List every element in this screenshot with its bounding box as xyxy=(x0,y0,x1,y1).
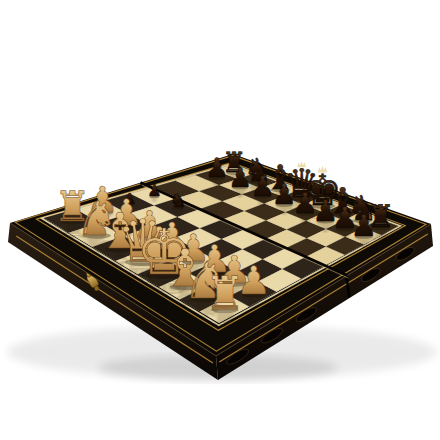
piece-glyph: ♜ xyxy=(205,267,246,320)
chess-scene: ♜♜♟♟♞♞♟♟♝♝♟♟♟♟♛♛♟♟♟♟♚♚♞♞♟♟♟♟♝♝♞♞♟♟♜♜♟♟♜♜… xyxy=(0,0,440,440)
piece-glyph: ♟ xyxy=(350,208,377,243)
piece-white-rook-h1[interactable]: ♜♜ xyxy=(205,267,246,332)
piece-glyph: ♟ xyxy=(205,152,229,183)
product-photo: ♜♜♟♟♞♞♟♟♝♝♟♟♟♟♛♛♟♟♟♟♚♚♞♞♟♟♟♟♝♝♞♞♟♟♜♜♟♟♜♜… xyxy=(0,0,440,440)
piece-glyph: ♟ xyxy=(147,181,161,200)
piece-black-pawn-b7[interactable]: ♟♟ xyxy=(228,162,252,201)
piece-black-knight-mini-3[interactable]: ♞♞ xyxy=(169,189,186,217)
piece-glyph: ♞ xyxy=(169,189,186,211)
piece-black-pawn-a7[interactable]: ♟♟ xyxy=(205,152,229,191)
piece-black-pawn-mini-2[interactable]: ♟♟ xyxy=(147,181,161,204)
piece-glyph: ♟ xyxy=(228,162,252,193)
piece-black-pawn-h7[interactable]: ♟♟ xyxy=(350,208,377,251)
